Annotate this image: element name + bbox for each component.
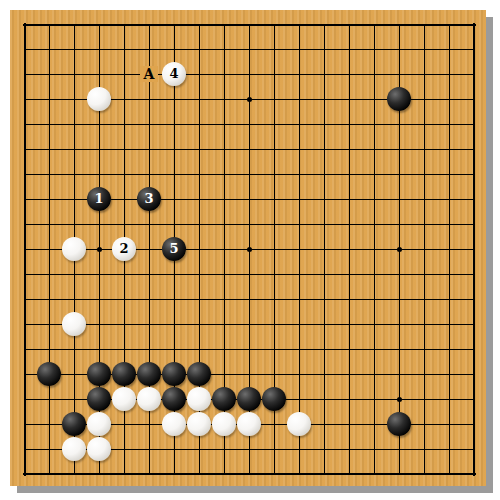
white-stone[interactable] <box>162 412 186 436</box>
star-point <box>97 247 102 252</box>
white-stone[interactable] <box>87 87 111 111</box>
black-stone-move-3[interactable]: 3 <box>137 187 161 211</box>
white-stone[interactable] <box>62 312 86 336</box>
grid-line-vertical <box>374 24 375 475</box>
black-stone[interactable] <box>87 362 111 386</box>
grid-line-vertical <box>424 24 425 475</box>
move-number-label: 3 <box>144 191 153 206</box>
grid-line-vertical <box>449 24 450 475</box>
white-stone[interactable] <box>187 412 211 436</box>
star-point <box>247 247 252 252</box>
grid-line-vertical <box>349 24 350 475</box>
black-stone[interactable] <box>387 87 411 111</box>
page: 41325A <box>0 0 500 500</box>
point-label-A: A <box>140 66 158 82</box>
white-stone-move-4[interactable]: 4 <box>162 62 186 86</box>
black-stone[interactable] <box>187 362 211 386</box>
white-stone[interactable] <box>137 387 161 411</box>
black-stone-move-1[interactable]: 1 <box>87 187 111 211</box>
black-stone[interactable] <box>137 362 161 386</box>
black-stone[interactable] <box>237 387 261 411</box>
go-board[interactable]: 41325A <box>10 10 486 486</box>
black-stone-move-5[interactable]: 5 <box>162 237 186 261</box>
white-stone[interactable] <box>62 237 86 261</box>
white-stone[interactable] <box>187 387 211 411</box>
grid-line-horizontal <box>24 349 475 350</box>
grid-line-vertical <box>324 24 325 475</box>
move-number-label: 5 <box>169 241 178 256</box>
grid-line-horizontal <box>24 324 475 325</box>
black-stone[interactable] <box>162 362 186 386</box>
grid-line-horizontal <box>24 299 475 300</box>
move-number-label: 4 <box>169 66 178 81</box>
grid-line-horizontal <box>23 473 476 475</box>
white-stone[interactable] <box>287 412 311 436</box>
white-stone[interactable] <box>237 412 261 436</box>
white-stone[interactable] <box>87 437 111 461</box>
grid-line-vertical <box>473 23 475 476</box>
black-stone[interactable] <box>162 387 186 411</box>
white-stone[interactable] <box>212 412 236 436</box>
white-stone-move-2[interactable]: 2 <box>112 237 136 261</box>
star-point <box>397 247 402 252</box>
star-point <box>247 97 252 102</box>
move-number-label: 1 <box>94 191 103 206</box>
grid-line-horizontal <box>24 274 475 275</box>
black-stone[interactable] <box>212 387 236 411</box>
white-stone[interactable] <box>87 412 111 436</box>
white-stone[interactable] <box>112 387 136 411</box>
black-stone[interactable] <box>262 387 286 411</box>
black-stone[interactable] <box>87 387 111 411</box>
black-stone[interactable] <box>62 412 86 436</box>
grid-line-vertical <box>299 24 300 475</box>
star-point <box>397 397 402 402</box>
black-stone[interactable] <box>37 362 61 386</box>
black-stone[interactable] <box>112 362 136 386</box>
white-stone[interactable] <box>62 437 86 461</box>
move-number-label: 2 <box>119 241 128 256</box>
black-stone[interactable] <box>387 412 411 436</box>
